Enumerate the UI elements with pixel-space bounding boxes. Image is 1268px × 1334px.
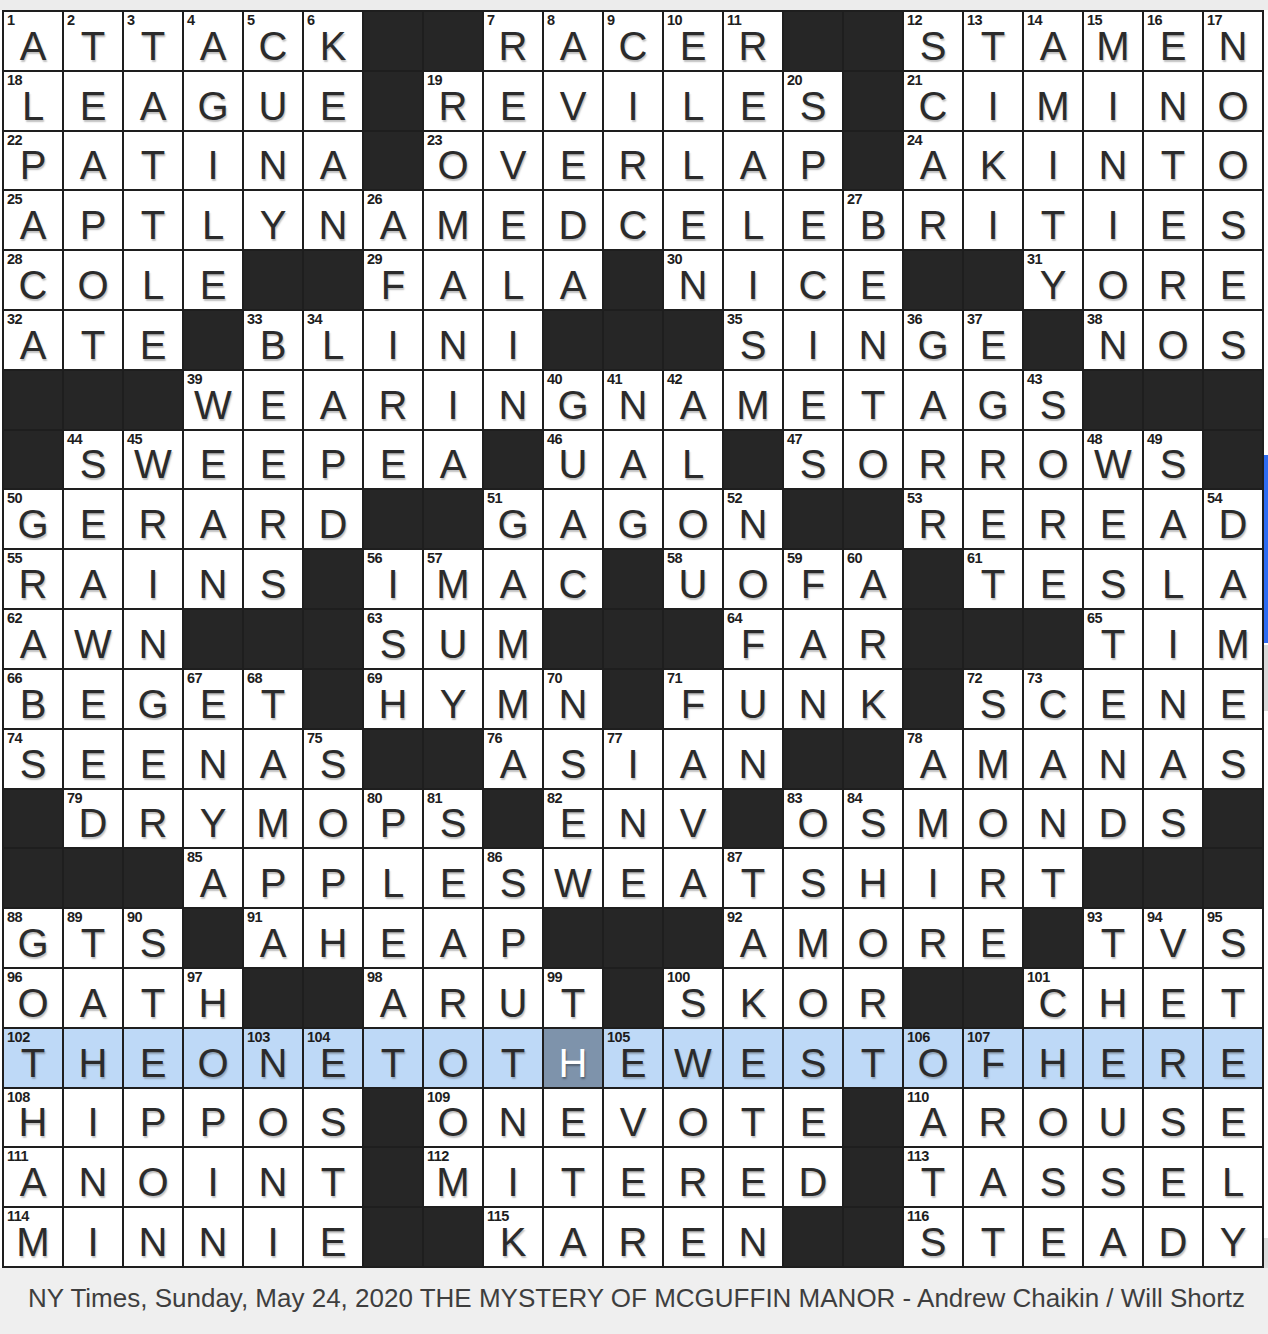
- cell-r2c10[interactable]: V: [544, 72, 602, 130]
- cell-r14c5[interactable]: M: [244, 790, 302, 848]
- cell-r6c6[interactable]: 34L: [304, 311, 362, 369]
- cell-r18c6[interactable]: 104E: [304, 1029, 362, 1087]
- cell-r16c1[interactable]: 88G: [4, 909, 62, 967]
- cell-r19c11[interactable]: V: [604, 1089, 662, 1147]
- cell-r15c17[interactable]: R: [964, 849, 1022, 907]
- cell-r16c14[interactable]: M: [784, 909, 842, 967]
- cell-r15c8[interactable]: E: [424, 849, 482, 907]
- cell-r4c16[interactable]: R: [904, 191, 962, 249]
- cell-r4c12[interactable]: E: [664, 191, 722, 249]
- cell-r17c3[interactable]: T: [124, 969, 182, 1027]
- cell-r16c2[interactable]: 89T: [64, 909, 122, 967]
- cell-r20c3[interactable]: O: [124, 1148, 182, 1206]
- cell-r20c8[interactable]: 112M: [424, 1148, 482, 1206]
- cell-r6c21[interactable]: S: [1204, 311, 1262, 369]
- cell-r3c21[interactable]: O: [1204, 132, 1262, 190]
- cell-r13c12[interactable]: A: [664, 730, 722, 788]
- cell-r10c5[interactable]: S: [244, 550, 302, 608]
- cell-r19c9[interactable]: N: [484, 1089, 542, 1147]
- cell-r19c17[interactable]: R: [964, 1089, 1022, 1147]
- cell-r5c8[interactable]: A: [424, 251, 482, 309]
- cell-r16c3[interactable]: 90S: [124, 909, 182, 967]
- cell-r18c15[interactable]: T: [844, 1029, 902, 1087]
- cell-r1c11[interactable]: 9C: [604, 12, 662, 70]
- cell-r19c20[interactable]: S: [1144, 1089, 1202, 1147]
- cell-r7c18[interactable]: 43S: [1024, 371, 1082, 429]
- cell-r13c10[interactable]: S: [544, 730, 602, 788]
- cell-r4c15[interactable]: 27B: [844, 191, 902, 249]
- cell-r10c10[interactable]: C: [544, 550, 602, 608]
- cell-r18c5[interactable]: 103N: [244, 1029, 302, 1087]
- cell-r2c20[interactable]: N: [1144, 72, 1202, 130]
- cell-r2c12[interactable]: L: [664, 72, 722, 130]
- cell-r13c19[interactable]: N: [1084, 730, 1142, 788]
- cell-r16c17[interactable]: E: [964, 909, 1022, 967]
- cell-r1c16[interactable]: 12S: [904, 12, 962, 70]
- cell-r1c20[interactable]: 16E: [1144, 12, 1202, 70]
- cell-r10c12[interactable]: 58U: [664, 550, 722, 608]
- cell-r7c7[interactable]: R: [364, 371, 422, 429]
- cell-r19c1[interactable]: 108H: [4, 1089, 62, 1147]
- cell-r21c17[interactable]: T: [964, 1208, 1022, 1266]
- cell-r18c1[interactable]: 102T: [4, 1029, 62, 1087]
- cell-r2c13[interactable]: E: [724, 72, 782, 130]
- cell-r3c19[interactable]: N: [1084, 132, 1142, 190]
- cell-r8c12[interactable]: L: [664, 431, 722, 489]
- cell-r1c10[interactable]: 8A: [544, 12, 602, 70]
- cell-r17c12[interactable]: 100S: [664, 969, 722, 1027]
- cell-r10c1[interactable]: 55R: [4, 550, 62, 608]
- scrollbar-thumb[interactable]: [1264, 455, 1268, 643]
- cell-r19c4[interactable]: P: [184, 1089, 242, 1147]
- cell-r1c13[interactable]: 11R: [724, 12, 782, 70]
- cell-r2c8[interactable]: 19R: [424, 72, 482, 130]
- cell-r3c4[interactable]: I: [184, 132, 242, 190]
- cell-r5c21[interactable]: E: [1204, 251, 1262, 309]
- cell-r16c13[interactable]: 92A: [724, 909, 782, 967]
- cell-r16c5[interactable]: 91A: [244, 909, 302, 967]
- cell-r14c6[interactable]: O: [304, 790, 362, 848]
- cell-r20c1[interactable]: 111A: [4, 1148, 62, 1206]
- cell-r1c19[interactable]: 15M: [1084, 12, 1142, 70]
- cell-r17c13[interactable]: K: [724, 969, 782, 1027]
- cell-r18c17[interactable]: 107F: [964, 1029, 1022, 1087]
- cell-r1c5[interactable]: 5C: [244, 12, 302, 70]
- cell-r2c2[interactable]: E: [64, 72, 122, 130]
- cell-r12c18[interactable]: 73C: [1024, 670, 1082, 728]
- cell-r18c16[interactable]: 106O: [904, 1029, 962, 1087]
- cell-r12c2[interactable]: E: [64, 670, 122, 728]
- cell-r5c9[interactable]: L: [484, 251, 542, 309]
- cell-r13c5[interactable]: A: [244, 730, 302, 788]
- cell-r5c19[interactable]: O: [1084, 251, 1142, 309]
- cell-r7c4[interactable]: 39W: [184, 371, 242, 429]
- cell-r13c21[interactable]: S: [1204, 730, 1262, 788]
- cell-r12c14[interactable]: N: [784, 670, 842, 728]
- cell-r8c11[interactable]: A: [604, 431, 662, 489]
- cell-r18c21[interactable]: E: [1204, 1029, 1262, 1087]
- cell-r17c2[interactable]: A: [64, 969, 122, 1027]
- cell-r11c14[interactable]: A: [784, 610, 842, 668]
- cell-r18c14[interactable]: S: [784, 1029, 842, 1087]
- cell-r14c12[interactable]: V: [664, 790, 722, 848]
- cell-r17c19[interactable]: H: [1084, 969, 1142, 1027]
- cell-r9c5[interactable]: R: [244, 490, 302, 548]
- cell-r15c16[interactable]: I: [904, 849, 962, 907]
- cell-r8c16[interactable]: R: [904, 431, 962, 489]
- cell-r20c16[interactable]: 113T: [904, 1148, 962, 1206]
- cell-r11c7[interactable]: 63S: [364, 610, 422, 668]
- cell-r18c13[interactable]: E: [724, 1029, 782, 1087]
- cell-r11c9[interactable]: M: [484, 610, 542, 668]
- cell-r11c13[interactable]: 64F: [724, 610, 782, 668]
- cell-r9c4[interactable]: A: [184, 490, 242, 548]
- cell-r8c2[interactable]: 44S: [64, 431, 122, 489]
- cell-r8c15[interactable]: O: [844, 431, 902, 489]
- cell-r16c9[interactable]: P: [484, 909, 542, 967]
- cell-r13c20[interactable]: A: [1144, 730, 1202, 788]
- cell-r15c6[interactable]: P: [304, 849, 362, 907]
- cell-r21c9[interactable]: 115K: [484, 1208, 542, 1266]
- cell-r21c18[interactable]: E: [1024, 1208, 1082, 1266]
- cell-r15c15[interactable]: H: [844, 849, 902, 907]
- cell-r2c14[interactable]: 20S: [784, 72, 842, 130]
- cell-r21c4[interactable]: N: [184, 1208, 242, 1266]
- cell-r3c2[interactable]: A: [64, 132, 122, 190]
- cell-r6c7[interactable]: I: [364, 311, 422, 369]
- cell-r13c16[interactable]: 78A: [904, 730, 962, 788]
- cell-r4c9[interactable]: E: [484, 191, 542, 249]
- cell-r3c17[interactable]: K: [964, 132, 1022, 190]
- cell-r4c11[interactable]: C: [604, 191, 662, 249]
- cell-r13c4[interactable]: N: [184, 730, 242, 788]
- cell-r11c20[interactable]: I: [1144, 610, 1202, 668]
- cell-r7c9[interactable]: N: [484, 371, 542, 429]
- cell-r20c4[interactable]: I: [184, 1148, 242, 1206]
- cell-r19c6[interactable]: S: [304, 1089, 362, 1147]
- cell-r11c19[interactable]: 65T: [1084, 610, 1142, 668]
- cell-r4c19[interactable]: I: [1084, 191, 1142, 249]
- cell-r12c3[interactable]: G: [124, 670, 182, 728]
- cell-r15c10[interactable]: W: [544, 849, 602, 907]
- cell-r3c14[interactable]: P: [784, 132, 842, 190]
- cell-r6c15[interactable]: N: [844, 311, 902, 369]
- cell-r19c3[interactable]: P: [124, 1089, 182, 1147]
- cell-r18c20[interactable]: R: [1144, 1029, 1202, 1087]
- cell-r3c6[interactable]: A: [304, 132, 362, 190]
- cell-r9c19[interactable]: E: [1084, 490, 1142, 548]
- cell-r7c8[interactable]: I: [424, 371, 482, 429]
- cell-r8c7[interactable]: E: [364, 431, 422, 489]
- cell-r1c2[interactable]: 2T: [64, 12, 122, 70]
- cell-r9c17[interactable]: E: [964, 490, 1022, 548]
- cell-r3c11[interactable]: R: [604, 132, 662, 190]
- cell-r21c12[interactable]: E: [664, 1208, 722, 1266]
- cell-r8c17[interactable]: R: [964, 431, 1022, 489]
- cell-r10c14[interactable]: 59F: [784, 550, 842, 608]
- cell-r9c12[interactable]: O: [664, 490, 722, 548]
- cell-r13c11[interactable]: 77I: [604, 730, 662, 788]
- cell-r12c19[interactable]: E: [1084, 670, 1142, 728]
- cell-r14c18[interactable]: N: [1024, 790, 1082, 848]
- cell-r17c7[interactable]: 98A: [364, 969, 422, 1027]
- cell-r5c3[interactable]: L: [124, 251, 182, 309]
- cell-r4c7[interactable]: 26A: [364, 191, 422, 249]
- cell-r3c20[interactable]: T: [1144, 132, 1202, 190]
- cell-r2c4[interactable]: G: [184, 72, 242, 130]
- cell-r18c18[interactable]: H: [1024, 1029, 1082, 1087]
- cell-r4c2[interactable]: P: [64, 191, 122, 249]
- cell-r4c17[interactable]: I: [964, 191, 1022, 249]
- cell-r5c18[interactable]: 31Y: [1024, 251, 1082, 309]
- cell-r6c16[interactable]: 36G: [904, 311, 962, 369]
- cell-r17c1[interactable]: 96O: [4, 969, 62, 1027]
- cell-r16c20[interactable]: 94V: [1144, 909, 1202, 967]
- cell-r3c1[interactable]: 22P: [4, 132, 62, 190]
- cell-r16c8[interactable]: A: [424, 909, 482, 967]
- cell-r10c20[interactable]: L: [1144, 550, 1202, 608]
- cell-r14c15[interactable]: 84S: [844, 790, 902, 848]
- cell-r15c13[interactable]: 87T: [724, 849, 782, 907]
- cell-r9c6[interactable]: D: [304, 490, 362, 548]
- cell-r14c14[interactable]: 83O: [784, 790, 842, 848]
- cell-r13c1[interactable]: 74S: [4, 730, 62, 788]
- cell-r21c19[interactable]: A: [1084, 1208, 1142, 1266]
- cell-r7c13[interactable]: M: [724, 371, 782, 429]
- cell-r4c4[interactable]: L: [184, 191, 242, 249]
- cell-r11c8[interactable]: U: [424, 610, 482, 668]
- cell-r10c18[interactable]: E: [1024, 550, 1082, 608]
- cell-r7c16[interactable]: A: [904, 371, 962, 429]
- cell-r18c11[interactable]: 105E: [604, 1029, 662, 1087]
- cell-r8c18[interactable]: O: [1024, 431, 1082, 489]
- cell-r7c5[interactable]: E: [244, 371, 302, 429]
- cell-r4c3[interactable]: T: [124, 191, 182, 249]
- cell-r4c10[interactable]: D: [544, 191, 602, 249]
- cell-r17c8[interactable]: R: [424, 969, 482, 1027]
- cell-r11c2[interactable]: W: [64, 610, 122, 668]
- cell-r6c8[interactable]: N: [424, 311, 482, 369]
- cell-r9c18[interactable]: R: [1024, 490, 1082, 548]
- cell-r6c20[interactable]: O: [1144, 311, 1202, 369]
- cell-r1c17[interactable]: 13T: [964, 12, 1022, 70]
- cell-r12c12[interactable]: 71F: [664, 670, 722, 728]
- cell-r5c2[interactable]: O: [64, 251, 122, 309]
- cell-r17c15[interactable]: R: [844, 969, 902, 1027]
- cell-r17c20[interactable]: E: [1144, 969, 1202, 1027]
- cell-r10c9[interactable]: A: [484, 550, 542, 608]
- cell-r12c1[interactable]: 66B: [4, 670, 62, 728]
- cell-r3c16[interactable]: 24A: [904, 132, 962, 190]
- cell-r11c21[interactable]: M: [1204, 610, 1262, 668]
- cell-r8c20[interactable]: 49S: [1144, 431, 1202, 489]
- cell-r3c9[interactable]: V: [484, 132, 542, 190]
- cell-r19c10[interactable]: E: [544, 1089, 602, 1147]
- cell-r13c13[interactable]: N: [724, 730, 782, 788]
- cell-r18c8[interactable]: O: [424, 1029, 482, 1087]
- cell-r6c3[interactable]: E: [124, 311, 182, 369]
- cell-r14c3[interactable]: R: [124, 790, 182, 848]
- cell-r8c3[interactable]: 45W: [124, 431, 182, 489]
- cell-r19c19[interactable]: U: [1084, 1089, 1142, 1147]
- cell-r7c17[interactable]: G: [964, 371, 1022, 429]
- cell-r12c4[interactable]: 67E: [184, 670, 242, 728]
- cell-r21c20[interactable]: D: [1144, 1208, 1202, 1266]
- cell-r20c2[interactable]: N: [64, 1148, 122, 1206]
- cell-r10c15[interactable]: 60A: [844, 550, 902, 608]
- cell-r12c9[interactable]: M: [484, 670, 542, 728]
- cell-r14c4[interactable]: Y: [184, 790, 242, 848]
- cell-r10c2[interactable]: A: [64, 550, 122, 608]
- cell-r4c18[interactable]: T: [1024, 191, 1082, 249]
- cell-r16c15[interactable]: O: [844, 909, 902, 967]
- cell-r14c7[interactable]: 80P: [364, 790, 422, 848]
- cell-r5c4[interactable]: E: [184, 251, 242, 309]
- cell-r9c11[interactable]: G: [604, 490, 662, 548]
- cell-r20c10[interactable]: T: [544, 1148, 602, 1206]
- cell-r15c4[interactable]: 85A: [184, 849, 242, 907]
- cell-r2c19[interactable]: I: [1084, 72, 1142, 130]
- cell-r1c4[interactable]: 4A: [184, 12, 242, 70]
- cell-r9c1[interactable]: 50G: [4, 490, 62, 548]
- cell-r8c4[interactable]: E: [184, 431, 242, 489]
- cell-r21c13[interactable]: N: [724, 1208, 782, 1266]
- cell-r2c6[interactable]: E: [304, 72, 362, 130]
- cell-r16c21[interactable]: 95S: [1204, 909, 1262, 967]
- cell-r17c4[interactable]: 97H: [184, 969, 242, 1027]
- cell-r14c2[interactable]: 79D: [64, 790, 122, 848]
- cell-r14c16[interactable]: M: [904, 790, 962, 848]
- cell-r1c6[interactable]: 6K: [304, 12, 362, 70]
- cell-r19c18[interactable]: O: [1024, 1089, 1082, 1147]
- cell-r20c5[interactable]: N: [244, 1148, 302, 1206]
- cell-r15c11[interactable]: E: [604, 849, 662, 907]
- cell-r1c3[interactable]: 3T: [124, 12, 182, 70]
- cell-r7c12[interactable]: 42A: [664, 371, 722, 429]
- cell-r14c19[interactable]: D: [1084, 790, 1142, 848]
- cell-r4c14[interactable]: E: [784, 191, 842, 249]
- cell-r9c10[interactable]: A: [544, 490, 602, 548]
- cell-r19c14[interactable]: E: [784, 1089, 842, 1147]
- cell-r12c13[interactable]: U: [724, 670, 782, 728]
- cell-r9c21[interactable]: 54D: [1204, 490, 1262, 548]
- cell-r8c10[interactable]: 46U: [544, 431, 602, 489]
- cell-r19c21[interactable]: E: [1204, 1089, 1262, 1147]
- cell-r3c8[interactable]: 23O: [424, 132, 482, 190]
- cell-r5c13[interactable]: I: [724, 251, 782, 309]
- cell-r7c6[interactable]: A: [304, 371, 362, 429]
- cell-r21c3[interactable]: N: [124, 1208, 182, 1266]
- cell-r7c15[interactable]: T: [844, 371, 902, 429]
- cell-r1c18[interactable]: 14A: [1024, 12, 1082, 70]
- cell-r6c13[interactable]: 35S: [724, 311, 782, 369]
- cell-r12c10[interactable]: 70N: [544, 670, 602, 728]
- cell-r16c6[interactable]: H: [304, 909, 362, 967]
- cell-r1c1[interactable]: 1A: [4, 12, 62, 70]
- cell-r20c17[interactable]: A: [964, 1148, 1022, 1206]
- cell-r3c18[interactable]: I: [1024, 132, 1082, 190]
- cell-r10c19[interactable]: S: [1084, 550, 1142, 608]
- cell-r9c2[interactable]: E: [64, 490, 122, 548]
- cell-r19c16[interactable]: 110A: [904, 1089, 962, 1147]
- cell-r13c3[interactable]: E: [124, 730, 182, 788]
- cell-r11c1[interactable]: 62A: [4, 610, 62, 668]
- cell-r2c11[interactable]: I: [604, 72, 662, 130]
- cell-r4c5[interactable]: Y: [244, 191, 302, 249]
- cell-r20c9[interactable]: I: [484, 1148, 542, 1206]
- cell-r5c20[interactable]: R: [1144, 251, 1202, 309]
- cell-r17c21[interactable]: T: [1204, 969, 1262, 1027]
- cell-r14c17[interactable]: O: [964, 790, 1022, 848]
- cell-r21c11[interactable]: R: [604, 1208, 662, 1266]
- cell-r5c1[interactable]: 28C: [4, 251, 62, 309]
- cell-r14c8[interactable]: 81S: [424, 790, 482, 848]
- cell-r20c18[interactable]: S: [1024, 1148, 1082, 1206]
- cell-r2c16[interactable]: 21C: [904, 72, 962, 130]
- cell-r13c9[interactable]: 76A: [484, 730, 542, 788]
- cell-r2c9[interactable]: E: [484, 72, 542, 130]
- cell-r16c7[interactable]: E: [364, 909, 422, 967]
- cell-r19c8[interactable]: 109O: [424, 1089, 482, 1147]
- cell-r9c20[interactable]: A: [1144, 490, 1202, 548]
- cell-r12c7[interactable]: 69H: [364, 670, 422, 728]
- cell-r15c14[interactable]: S: [784, 849, 842, 907]
- cell-r6c5[interactable]: 33B: [244, 311, 302, 369]
- cell-r10c7[interactable]: 56I: [364, 550, 422, 608]
- cell-r3c10[interactable]: E: [544, 132, 602, 190]
- cell-r6c9[interactable]: I: [484, 311, 542, 369]
- cell-r21c16[interactable]: 116S: [904, 1208, 962, 1266]
- cell-r14c20[interactable]: S: [1144, 790, 1202, 848]
- cell-r18c4[interactable]: O: [184, 1029, 242, 1087]
- cell-r13c6[interactable]: 75S: [304, 730, 362, 788]
- cell-r18c19[interactable]: E: [1084, 1029, 1142, 1087]
- cell-r20c19[interactable]: S: [1084, 1148, 1142, 1206]
- scrollbar-track[interactable]: [1264, 645, 1268, 711]
- cell-r2c5[interactable]: U: [244, 72, 302, 130]
- cell-r10c8[interactable]: 57M: [424, 550, 482, 608]
- cell-r16c19[interactable]: 93T: [1084, 909, 1142, 967]
- cell-r12c21[interactable]: E: [1204, 670, 1262, 728]
- cell-r6c1[interactable]: 32A: [4, 311, 62, 369]
- cell-r9c9[interactable]: 51G: [484, 490, 542, 548]
- cell-r9c16[interactable]: 53R: [904, 490, 962, 548]
- cell-r5c12[interactable]: 30N: [664, 251, 722, 309]
- cell-r20c20[interactable]: E: [1144, 1148, 1202, 1206]
- cell-r18c10[interactable]: H: [544, 1029, 602, 1087]
- cell-r3c3[interactable]: T: [124, 132, 182, 190]
- cell-r4c21[interactable]: S: [1204, 191, 1262, 249]
- cell-r15c7[interactable]: L: [364, 849, 422, 907]
- cell-r2c18[interactable]: M: [1024, 72, 1082, 130]
- cell-r10c21[interactable]: A: [1204, 550, 1262, 608]
- cell-r8c6[interactable]: P: [304, 431, 362, 489]
- cell-r19c12[interactable]: O: [664, 1089, 722, 1147]
- cell-r12c8[interactable]: Y: [424, 670, 482, 728]
- cell-r20c21[interactable]: L: [1204, 1148, 1262, 1206]
- cell-r6c14[interactable]: I: [784, 311, 842, 369]
- cell-r18c2[interactable]: H: [64, 1029, 122, 1087]
- cell-r2c21[interactable]: O: [1204, 72, 1262, 130]
- cell-r19c13[interactable]: T: [724, 1089, 782, 1147]
- cell-r2c1[interactable]: 18L: [4, 72, 62, 130]
- cell-r7c10[interactable]: 40G: [544, 371, 602, 429]
- cell-r12c5[interactable]: 68T: [244, 670, 302, 728]
- cell-r20c6[interactable]: T: [304, 1148, 362, 1206]
- cell-r5c10[interactable]: A: [544, 251, 602, 309]
- cell-r18c9[interactable]: T: [484, 1029, 542, 1087]
- cell-r1c21[interactable]: 17N: [1204, 12, 1262, 70]
